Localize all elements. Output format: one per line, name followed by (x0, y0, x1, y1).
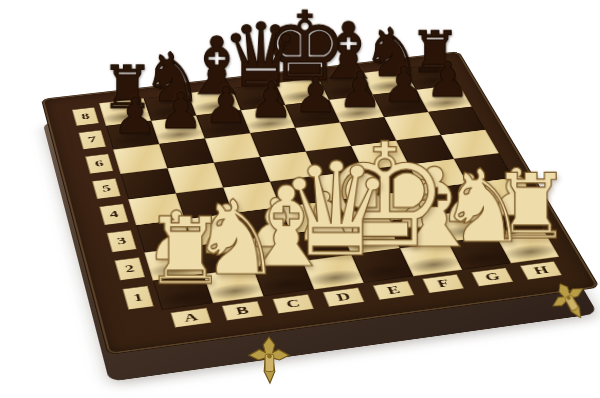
file-plaque: A (170, 308, 211, 328)
file-plaque: B (222, 301, 264, 321)
file-plaque: C (272, 294, 314, 314)
rank-plaque: 5 (92, 178, 121, 199)
file-plaque: D (323, 287, 365, 306)
scene: 8 ♜ ♞ ♝ ♛ ♚ ♝ ♞ ♜ 7 ♟ ♟ ♟ ♟ ♟ ♟ ♟ ♟ 6 (0, 0, 600, 398)
board-grid: 8 ♜ ♞ ♝ ♛ ♚ ♝ ♞ ♜ 7 ♟ ♟ ♟ ♟ ♟ ♟ ♟ ♟ 6 (65, 63, 569, 338)
square-a5[interactable] (120, 168, 175, 199)
piece-black-pawn-f7[interactable]: ♟ (338, 65, 382, 114)
piece-white-rook-a1[interactable]: ♜ (144, 205, 227, 298)
piece-black-pawn-g7[interactable]: ♟ (382, 60, 426, 109)
square-a1[interactable]: ♜ (153, 274, 213, 310)
piece-black-pawn-a7[interactable]: ♟ (112, 91, 157, 141)
file-label-g: G (462, 263, 522, 291)
piece-black-pawn-d7[interactable]: ♟ (249, 75, 294, 125)
file-plaque: G (471, 268, 513, 287)
rank-plaque: 4 (99, 204, 129, 226)
rank-plaque: 7 (78, 130, 106, 149)
rank-plaque: 8 (72, 107, 99, 126)
frame-corner (123, 310, 169, 338)
file-plaque: F (422, 274, 464, 293)
brass-clasp-icon (246, 334, 292, 386)
rank-plaque: 6 (85, 154, 113, 174)
rank-plaque: 3 (107, 230, 137, 252)
rank-plaque: 2 (114, 257, 145, 280)
file-plaque: E (373, 281, 415, 300)
piece-black-pawn-b7[interactable]: ♟ (158, 86, 203, 136)
piece-black-pawn-c7[interactable]: ♟ (204, 80, 249, 130)
file-plaque: H (520, 261, 562, 280)
piece-black-pawn-h7[interactable]: ♟ (426, 55, 470, 104)
